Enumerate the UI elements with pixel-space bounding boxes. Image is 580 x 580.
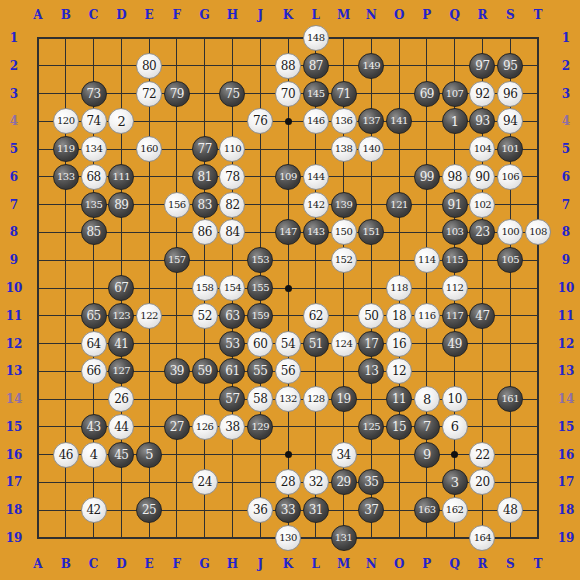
stone-move-number: 123	[113, 311, 131, 321]
stone-R17[interactable]: 20	[469, 469, 495, 495]
coord-label-top-H: H	[227, 9, 238, 21]
coord-label-left-1: 1	[10, 32, 18, 44]
stone-move-number: 58	[253, 393, 267, 405]
stone-O13[interactable]: 12	[386, 358, 412, 384]
stone-move-number: 65	[86, 310, 100, 322]
coord-label-bottom-R: R	[477, 558, 487, 570]
stone-move-number: 143	[307, 227, 325, 237]
stone-H10[interactable]: 154	[219, 275, 245, 301]
stone-N17[interactable]: 35	[358, 469, 384, 495]
stone-C7[interactable]: 135	[81, 192, 107, 218]
stone-B4[interactable]: 120	[53, 108, 79, 134]
coord-label-bottom-C: C	[89, 558, 99, 570]
go-board[interactable]: AABBCCDDEEFFGGHHJJKKLLMMNNOOPPQQRRSSTT11…	[0, 0, 580, 580]
stone-L7[interactable]: 142	[303, 192, 329, 218]
stone-move-number: 111	[113, 172, 131, 182]
stone-B16[interactable]: 46	[53, 442, 79, 468]
stone-S14[interactable]: 161	[497, 386, 523, 412]
stone-C6[interactable]: 68	[81, 164, 107, 190]
stone-move-number: 36	[253, 504, 267, 516]
stone-move-number: 121	[390, 200, 408, 210]
stone-move-number: 152	[335, 255, 353, 265]
stone-K18[interactable]: 33	[275, 497, 301, 523]
stone-move-number: 61	[225, 365, 239, 377]
stone-L6[interactable]: 144	[303, 164, 329, 190]
stone-R16[interactable]: 22	[469, 442, 495, 468]
stone-P15[interactable]: 7	[414, 414, 440, 440]
stone-move-number: 47	[475, 310, 489, 322]
stone-G6[interactable]: 81	[192, 164, 218, 190]
stone-move-number: 17	[364, 338, 378, 350]
stone-P16[interactable]: 9	[414, 442, 440, 468]
stone-G5[interactable]: 77	[192, 136, 218, 162]
stone-F3[interactable]: 79	[164, 81, 190, 107]
coord-label-right-12: 12	[558, 338, 575, 350]
stone-move-number: 148	[307, 33, 325, 43]
stone-C18[interactable]: 42	[81, 497, 107, 523]
stone-D11[interactable]: 123	[108, 303, 134, 329]
stone-move-number: 96	[503, 88, 517, 100]
stone-O15[interactable]: 15	[386, 414, 412, 440]
stone-L2[interactable]: 87	[303, 53, 329, 79]
stone-move-number: 149	[363, 61, 381, 71]
stone-K13[interactable]: 56	[275, 358, 301, 384]
stone-move-number: 64	[86, 338, 100, 350]
stone-L8[interactable]: 143	[303, 219, 329, 245]
stone-move-number: 90	[475, 171, 489, 183]
coord-label-left-2: 2	[10, 60, 18, 72]
stone-move-number: 78	[225, 171, 239, 183]
stone-R6[interactable]: 90	[469, 164, 495, 190]
stone-N12[interactable]: 17	[358, 331, 384, 357]
stone-move-number: 69	[420, 88, 434, 100]
stone-K6[interactable]: 109	[275, 164, 301, 190]
stone-G7[interactable]: 83	[192, 192, 218, 218]
coord-label-top-J: J	[257, 9, 263, 21]
stone-O12[interactable]: 16	[386, 331, 412, 357]
coord-label-left-4: 4	[10, 115, 18, 127]
stone-P6[interactable]: 99	[414, 164, 440, 190]
stone-move-number: 146	[307, 116, 325, 126]
stone-J9[interactable]: 153	[247, 247, 273, 273]
stone-H15[interactable]: 38	[219, 414, 245, 440]
stone-S4[interactable]: 94	[497, 108, 523, 134]
stone-move-number: 81	[198, 171, 212, 183]
stone-Q10[interactable]: 112	[442, 275, 468, 301]
stone-M3[interactable]: 71	[331, 81, 357, 107]
stone-P18[interactable]: 163	[414, 497, 440, 523]
stone-move-number: 51	[309, 338, 323, 350]
stone-D12[interactable]: 41	[108, 331, 134, 357]
stone-move-number: 79	[170, 88, 184, 100]
stone-N2[interactable]: 149	[358, 53, 384, 79]
coord-label-right-10: 10	[558, 282, 575, 294]
stone-B5[interactable]: 119	[53, 136, 79, 162]
stone-K19[interactable]: 130	[275, 525, 301, 551]
coord-label-bottom-H: H	[227, 558, 238, 570]
stone-R11[interactable]: 47	[469, 303, 495, 329]
stone-Q3[interactable]: 107	[442, 81, 468, 107]
stone-R19[interactable]: 164	[469, 525, 495, 551]
stone-S9[interactable]: 105	[497, 247, 523, 273]
coord-label-bottom-S: S	[506, 558, 515, 570]
stone-S8[interactable]: 100	[497, 219, 523, 245]
stone-D10[interactable]: 67	[108, 275, 134, 301]
stone-J14[interactable]: 58	[247, 386, 273, 412]
stone-F15[interactable]: 27	[164, 414, 190, 440]
stone-move-number: 26	[114, 393, 128, 405]
stone-L17[interactable]: 32	[303, 469, 329, 495]
stone-move-number: 82	[225, 199, 239, 211]
stone-J18[interactable]: 36	[247, 497, 273, 523]
stone-C8[interactable]: 85	[81, 219, 107, 245]
coord-label-top-T: T	[534, 9, 543, 21]
stone-H7[interactable]: 82	[219, 192, 245, 218]
stone-move-number: 91	[448, 199, 462, 211]
stone-O4[interactable]: 141	[386, 108, 412, 134]
stone-move-number: 73	[86, 88, 100, 100]
stone-move-number: 49	[448, 338, 462, 350]
stone-K8[interactable]: 147	[275, 219, 301, 245]
stone-J11[interactable]: 159	[247, 303, 273, 329]
coord-label-left-17: 17	[6, 476, 23, 488]
stone-P9[interactable]: 114	[414, 247, 440, 273]
stone-move-number: 124	[335, 339, 353, 349]
stone-move-number: 104	[474, 144, 492, 154]
stone-Q12[interactable]: 49	[442, 331, 468, 357]
coord-label-right-13: 13	[558, 365, 575, 377]
grid-line-vertical-T	[537, 37, 539, 539]
stone-M4[interactable]: 136	[331, 108, 357, 134]
stone-D13[interactable]: 127	[108, 358, 134, 384]
stone-move-number: 80	[142, 60, 156, 72]
stone-F13[interactable]: 39	[164, 358, 190, 384]
coord-label-left-12: 12	[6, 338, 23, 350]
stone-M9[interactable]: 152	[331, 247, 357, 273]
stone-Q14[interactable]: 10	[442, 386, 468, 412]
stone-P14[interactable]: 8	[414, 386, 440, 412]
coord-label-right-18: 18	[558, 504, 575, 516]
stone-K17[interactable]: 28	[275, 469, 301, 495]
stone-move-number: 102	[474, 200, 492, 210]
stone-J10[interactable]: 155	[247, 275, 273, 301]
stone-B6[interactable]: 133	[53, 164, 79, 190]
stone-N4[interactable]: 137	[358, 108, 384, 134]
stone-C3[interactable]: 73	[81, 81, 107, 107]
stone-D15[interactable]: 44	[108, 414, 134, 440]
coord-label-right-19: 19	[558, 532, 575, 544]
stone-move-number: 86	[198, 226, 212, 238]
stone-move-number: 97	[475, 60, 489, 72]
coord-label-bottom-P: P	[422, 558, 431, 570]
stone-move-number: 43	[86, 421, 100, 433]
stone-G11[interactable]: 52	[192, 303, 218, 329]
stone-move-number: 153	[251, 255, 269, 265]
stone-N5[interactable]: 140	[358, 136, 384, 162]
stone-move-number: 77	[198, 143, 212, 155]
stone-move-number: 8	[423, 393, 431, 406]
stone-M16[interactable]: 34	[331, 442, 357, 468]
stone-move-number: 120	[57, 116, 75, 126]
stone-H6[interactable]: 78	[219, 164, 245, 190]
stone-move-number: 12	[392, 365, 406, 377]
coord-label-bottom-N: N	[366, 558, 377, 570]
stone-H8[interactable]: 84	[219, 219, 245, 245]
stone-move-number: 32	[309, 476, 323, 488]
stone-move-number: 122	[140, 311, 158, 321]
stone-move-number: 163	[418, 505, 436, 515]
coord-label-left-9: 9	[10, 254, 18, 266]
stone-R4[interactable]: 93	[469, 108, 495, 134]
star-point-K10	[285, 285, 292, 292]
stone-H13[interactable]: 61	[219, 358, 245, 384]
stone-move-number: 112	[446, 283, 464, 293]
stone-E2[interactable]: 80	[136, 53, 162, 79]
stone-D6[interactable]: 111	[108, 164, 134, 190]
stone-D14[interactable]: 26	[108, 386, 134, 412]
stone-move-number: 5	[145, 448, 153, 461]
stone-E16[interactable]: 5	[136, 442, 162, 468]
stone-N15[interactable]: 125	[358, 414, 384, 440]
stone-move-number: 84	[225, 226, 239, 238]
stone-C4[interactable]: 74	[81, 108, 107, 134]
stone-move-number: 4	[90, 448, 98, 461]
stone-Q9[interactable]: 115	[442, 247, 468, 273]
stone-Q11[interactable]: 117	[442, 303, 468, 329]
stone-move-number: 161	[501, 394, 519, 404]
stone-Q8[interactable]: 103	[442, 219, 468, 245]
stone-H11[interactable]: 63	[219, 303, 245, 329]
stone-move-number: 39	[170, 365, 184, 377]
stone-G13[interactable]: 59	[192, 358, 218, 384]
stone-Q17[interactable]: 3	[442, 469, 468, 495]
stone-L3[interactable]: 145	[303, 81, 329, 107]
coord-label-left-13: 13	[6, 365, 23, 377]
stone-T8[interactable]: 108	[525, 219, 551, 245]
stone-C15[interactable]: 43	[81, 414, 107, 440]
stone-H5[interactable]: 110	[219, 136, 245, 162]
coord-label-top-E: E	[145, 9, 154, 21]
stone-C16[interactable]: 4	[81, 442, 107, 468]
stone-E11[interactable]: 122	[136, 303, 162, 329]
coord-label-bottom-E: E	[145, 558, 154, 570]
stone-L1[interactable]: 148	[303, 25, 329, 51]
stone-H12[interactable]: 53	[219, 331, 245, 357]
coord-label-top-Q: Q	[449, 9, 459, 21]
coord-label-left-18: 18	[6, 504, 23, 516]
stone-S3[interactable]: 96	[497, 81, 523, 107]
stone-move-number: 126	[196, 422, 214, 432]
stone-C12[interactable]: 64	[81, 331, 107, 357]
coord-label-left-3: 3	[10, 88, 18, 100]
stone-S6[interactable]: 106	[497, 164, 523, 190]
coord-label-bottom-F: F	[173, 558, 182, 570]
stone-M14[interactable]: 19	[331, 386, 357, 412]
stone-M8[interactable]: 150	[331, 219, 357, 245]
stone-move-number: 44	[114, 421, 128, 433]
coord-label-top-P: P	[422, 9, 431, 21]
stone-move-number: 140	[363, 144, 381, 154]
stone-D4[interactable]: 2	[108, 108, 134, 134]
coord-label-bottom-K: K	[283, 558, 293, 570]
stone-E3[interactable]: 72	[136, 81, 162, 107]
stone-move-number: 99	[420, 171, 434, 183]
stone-move-number: 134	[85, 144, 103, 154]
stone-F7[interactable]: 156	[164, 192, 190, 218]
stone-move-number: 116	[418, 311, 436, 321]
stone-move-number: 139	[335, 200, 353, 210]
stone-F9[interactable]: 157	[164, 247, 190, 273]
stone-move-number: 41	[114, 338, 128, 350]
stone-P11[interactable]: 116	[414, 303, 440, 329]
stone-N18[interactable]: 37	[358, 497, 384, 523]
coord-label-bottom-L: L	[312, 558, 320, 570]
stone-D7[interactable]: 89	[108, 192, 134, 218]
stone-move-number: 1	[451, 115, 459, 128]
stone-J15[interactable]: 129	[247, 414, 273, 440]
stone-L14[interactable]: 128	[303, 386, 329, 412]
stone-R2[interactable]: 97	[469, 53, 495, 79]
stone-O7[interactable]: 121	[386, 192, 412, 218]
stone-H14[interactable]: 57	[219, 386, 245, 412]
stone-move-number: 11	[392, 393, 406, 405]
stone-move-number: 75	[225, 88, 239, 100]
stone-move-number: 35	[364, 476, 378, 488]
stone-move-number: 159	[251, 311, 269, 321]
stone-R5[interactable]: 104	[469, 136, 495, 162]
coord-label-top-S: S	[506, 9, 515, 21]
coord-label-right-15: 15	[558, 421, 575, 433]
stone-move-number: 115	[446, 255, 464, 265]
stone-C11[interactable]: 65	[81, 303, 107, 329]
stone-S2[interactable]: 95	[497, 53, 523, 79]
coord-label-left-7: 7	[10, 199, 18, 211]
coord-label-bottom-O: O	[394, 558, 404, 570]
coord-label-right-17: 17	[558, 476, 575, 488]
stone-move-number: 156	[168, 200, 186, 210]
stone-O14[interactable]: 11	[386, 386, 412, 412]
coord-label-left-15: 15	[6, 421, 23, 433]
stone-move-number: 108	[529, 227, 547, 237]
stone-R7[interactable]: 102	[469, 192, 495, 218]
stone-move-number: 67	[114, 282, 128, 294]
stone-D16[interactable]: 45	[108, 442, 134, 468]
stone-J4[interactable]: 76	[247, 108, 273, 134]
stone-N8[interactable]: 151	[358, 219, 384, 245]
stone-L12[interactable]: 51	[303, 331, 329, 357]
stone-K3[interactable]: 70	[275, 81, 301, 107]
coord-label-bottom-Q: Q	[449, 558, 459, 570]
stone-move-number: 62	[309, 310, 323, 322]
stone-M5[interactable]: 138	[331, 136, 357, 162]
stone-move-number: 56	[281, 365, 295, 377]
stone-E18[interactable]: 25	[136, 497, 162, 523]
coord-label-left-19: 19	[6, 532, 23, 544]
stone-Q15[interactable]: 6	[442, 414, 468, 440]
coord-label-left-14: 14	[6, 393, 23, 405]
stone-move-number: 48	[503, 504, 517, 516]
stone-move-number: 107	[446, 89, 464, 99]
coord-label-top-O: O	[394, 9, 404, 21]
coord-label-top-N: N	[366, 9, 377, 21]
stone-move-number: 150	[335, 227, 353, 237]
stone-move-number: 18	[392, 310, 406, 322]
stone-K14[interactable]: 132	[275, 386, 301, 412]
stone-move-number: 53	[225, 338, 239, 350]
stone-J13[interactable]: 55	[247, 358, 273, 384]
stone-move-number: 155	[251, 283, 269, 293]
stone-M7[interactable]: 139	[331, 192, 357, 218]
stone-S18[interactable]: 48	[497, 497, 523, 523]
stone-move-number: 162	[446, 505, 464, 515]
stone-J12[interactable]: 60	[247, 331, 273, 357]
stone-move-number: 72	[142, 88, 156, 100]
stone-N11[interactable]: 50	[358, 303, 384, 329]
stone-move-number: 101	[501, 144, 519, 154]
stone-G17[interactable]: 24	[192, 469, 218, 495]
stone-M12[interactable]: 124	[331, 331, 357, 357]
coord-label-top-G: G	[200, 9, 210, 21]
stone-K12[interactable]: 54	[275, 331, 301, 357]
stone-L11[interactable]: 62	[303, 303, 329, 329]
stone-O11[interactable]: 18	[386, 303, 412, 329]
stone-N13[interactable]: 13	[358, 358, 384, 384]
coord-label-right-5: 5	[562, 143, 570, 155]
stone-move-number: 154	[224, 283, 242, 293]
stone-C5[interactable]: 134	[81, 136, 107, 162]
stone-move-number: 128	[307, 394, 325, 404]
stone-R8[interactable]: 23	[469, 219, 495, 245]
stone-P3[interactable]: 69	[414, 81, 440, 107]
stone-G15[interactable]: 126	[192, 414, 218, 440]
stone-G8[interactable]: 86	[192, 219, 218, 245]
stone-M17[interactable]: 29	[331, 469, 357, 495]
stone-Q18[interactable]: 162	[442, 497, 468, 523]
stone-move-number: 19	[336, 393, 350, 405]
stone-move-number: 24	[198, 476, 212, 488]
stone-Q6[interactable]: 98	[442, 164, 468, 190]
stone-move-number: 117	[446, 311, 464, 321]
stone-K2[interactable]: 88	[275, 53, 301, 79]
stone-move-number: 83	[198, 199, 212, 211]
stone-O10[interactable]: 118	[386, 275, 412, 301]
stone-E5[interactable]: 160	[136, 136, 162, 162]
stone-Q7[interactable]: 91	[442, 192, 468, 218]
stone-G10[interactable]: 158	[192, 275, 218, 301]
stone-move-number: 68	[86, 171, 100, 183]
stone-move-number: 42	[86, 504, 100, 516]
stone-move-number: 6	[451, 420, 459, 433]
stone-move-number: 100	[501, 227, 519, 237]
stone-C13[interactable]: 66	[81, 358, 107, 384]
stone-move-number: 31	[309, 504, 323, 516]
stone-move-number: 57	[225, 393, 239, 405]
coord-label-right-9: 9	[562, 254, 570, 266]
coord-label-top-C: C	[89, 9, 99, 21]
stone-M19[interactable]: 131	[331, 525, 357, 551]
stone-L18[interactable]: 31	[303, 497, 329, 523]
stone-R3[interactable]: 92	[469, 81, 495, 107]
coord-label-top-R: R	[477, 9, 487, 21]
stone-S5[interactable]: 101	[497, 136, 523, 162]
stone-H3[interactable]: 75	[219, 81, 245, 107]
stone-move-number: 33	[281, 504, 295, 516]
stone-Q4[interactable]: 1	[442, 108, 468, 134]
stone-move-number: 135	[85, 200, 103, 210]
stone-L4[interactable]: 146	[303, 108, 329, 134]
stone-move-number: 147	[279, 227, 297, 237]
stone-move-number: 55	[253, 365, 267, 377]
